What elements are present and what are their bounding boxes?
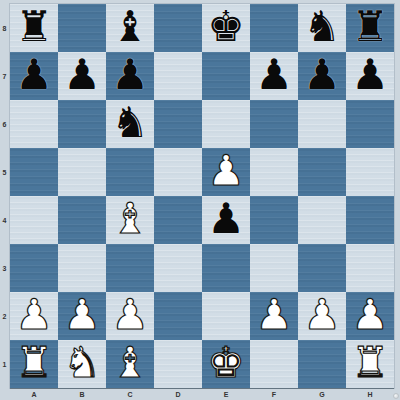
piece-white-bishop-c4[interactable]: ♝: [111, 198, 149, 240]
square-c3[interactable]: [106, 244, 154, 292]
square-d8[interactable]: [154, 4, 202, 52]
square-b8[interactable]: [58, 4, 106, 52]
square-c7[interactable]: ♟: [106, 52, 154, 100]
square-f1[interactable]: [250, 340, 298, 388]
rank-label-6: 6: [0, 100, 9, 148]
square-f2[interactable]: ♟: [250, 292, 298, 340]
piece-white-pawn-h2[interactable]: ♟: [351, 294, 389, 336]
square-f6[interactable]: [250, 100, 298, 148]
square-f7[interactable]: ♟: [250, 52, 298, 100]
square-d1[interactable]: [154, 340, 202, 388]
square-g1[interactable]: [298, 340, 346, 388]
square-c5[interactable]: [106, 148, 154, 196]
square-h4[interactable]: [346, 196, 394, 244]
square-e7[interactable]: [202, 52, 250, 100]
square-e6[interactable]: [202, 100, 250, 148]
square-c1[interactable]: ♝: [106, 340, 154, 388]
piece-white-pawn-g2[interactable]: ♟: [303, 294, 341, 336]
square-b2[interactable]: ♟: [58, 292, 106, 340]
file-label-h: H: [346, 389, 394, 400]
square-g7[interactable]: ♟: [298, 52, 346, 100]
square-b4[interactable]: [58, 196, 106, 244]
square-h1[interactable]: ♜: [346, 340, 394, 388]
rank-label-8: 8: [0, 4, 9, 52]
piece-black-bishop-c8[interactable]: ♝: [111, 6, 149, 48]
square-b1[interactable]: ♞: [58, 340, 106, 388]
piece-black-pawn-g7[interactable]: ♟: [303, 54, 341, 96]
piece-white-rook-h1[interactable]: ♜: [351, 342, 389, 384]
square-a4[interactable]: [10, 196, 58, 244]
piece-black-rook-h8[interactable]: ♜: [351, 6, 389, 48]
rank-label-4: 4: [0, 196, 9, 244]
square-a7[interactable]: ♟: [10, 52, 58, 100]
piece-black-pawn-f7[interactable]: ♟: [255, 54, 293, 96]
square-b7[interactable]: ♟: [58, 52, 106, 100]
square-c2[interactable]: ♟: [106, 292, 154, 340]
rank-label-7: 7: [0, 52, 9, 100]
square-d3[interactable]: [154, 244, 202, 292]
rank-label-3: 3: [0, 244, 9, 292]
rank-label-5: 5: [0, 148, 9, 196]
rank-label-1: 1: [0, 340, 9, 388]
square-e1[interactable]: ♚: [202, 340, 250, 388]
rank-label-2: 2: [0, 292, 9, 340]
chess-app: ♜♝♚♞♜♟♟♟♟♟♟♞♟♝♟♟♟♟♟♟♟♜♞♝♚♜ 87654321ABCDE…: [0, 0, 400, 400]
piece-black-king-e8[interactable]: ♚: [207, 6, 245, 48]
square-g8[interactable]: ♞: [298, 4, 346, 52]
square-d2[interactable]: [154, 292, 202, 340]
piece-black-knight-c6[interactable]: ♞: [111, 102, 149, 144]
square-e5[interactable]: ♟: [202, 148, 250, 196]
square-a8[interactable]: ♜: [10, 4, 58, 52]
square-c6[interactable]: ♞: [106, 100, 154, 148]
file-label-b: B: [58, 389, 106, 400]
piece-white-knight-b1[interactable]: ♞: [63, 342, 101, 384]
square-h2[interactable]: ♟: [346, 292, 394, 340]
piece-black-knight-g8[interactable]: ♞: [303, 6, 341, 48]
file-label-g: G: [298, 389, 346, 400]
square-f3[interactable]: [250, 244, 298, 292]
square-d4[interactable]: [154, 196, 202, 244]
piece-white-pawn-a2[interactable]: ♟: [15, 294, 53, 336]
square-c4[interactable]: ♝: [106, 196, 154, 244]
square-f5[interactable]: [250, 148, 298, 196]
square-h8[interactable]: ♜: [346, 4, 394, 52]
piece-black-pawn-e4[interactable]: ♟: [207, 198, 245, 240]
file-label-d: D: [154, 389, 202, 400]
square-f4[interactable]: [250, 196, 298, 244]
square-h7[interactable]: ♟: [346, 52, 394, 100]
square-g2[interactable]: ♟: [298, 292, 346, 340]
square-h5[interactable]: [346, 148, 394, 196]
piece-black-pawn-b7[interactable]: ♟: [63, 54, 101, 96]
square-e3[interactable]: [202, 244, 250, 292]
square-g5[interactable]: [298, 148, 346, 196]
piece-black-pawn-c7[interactable]: ♟: [111, 54, 149, 96]
file-label-c: C: [106, 389, 154, 400]
square-d6[interactable]: [154, 100, 202, 148]
square-b5[interactable]: [58, 148, 106, 196]
chess-board[interactable]: ♜♝♚♞♜♟♟♟♟♟♟♞♟♝♟♟♟♟♟♟♟♜♞♝♚♜: [10, 4, 394, 388]
file-label-a: A: [10, 389, 58, 400]
piece-white-pawn-e5[interactable]: ♟: [207, 150, 245, 192]
square-g4[interactable]: [298, 196, 346, 244]
square-h6[interactable]: [346, 100, 394, 148]
piece-white-rook-a1[interactable]: ♜: [15, 342, 53, 384]
resize-handle-dot: [393, 393, 399, 399]
piece-white-king-e1[interactable]: ♚: [207, 342, 245, 384]
piece-black-rook-a8[interactable]: ♜: [15, 6, 53, 48]
square-a1[interactable]: ♜: [10, 340, 58, 388]
piece-black-pawn-a7[interactable]: ♟: [15, 54, 53, 96]
square-c8[interactable]: ♝: [106, 4, 154, 52]
square-e4[interactable]: ♟: [202, 196, 250, 244]
square-b3[interactable]: [58, 244, 106, 292]
piece-white-bishop-c1[interactable]: ♝: [111, 342, 149, 384]
square-e8[interactable]: ♚: [202, 4, 250, 52]
file-label-e: E: [202, 389, 250, 400]
piece-white-pawn-f2[interactable]: ♟: [255, 294, 293, 336]
piece-white-pawn-b2[interactable]: ♟: [63, 294, 101, 336]
square-a6[interactable]: [10, 100, 58, 148]
file-label-f: F: [250, 389, 298, 400]
square-g3[interactable]: [298, 244, 346, 292]
square-d5[interactable]: [154, 148, 202, 196]
square-d7[interactable]: [154, 52, 202, 100]
square-a5[interactable]: [10, 148, 58, 196]
square-f8[interactable]: [250, 4, 298, 52]
piece-black-pawn-h7[interactable]: ♟: [351, 54, 389, 96]
square-a3[interactable]: [10, 244, 58, 292]
piece-white-pawn-c2[interactable]: ♟: [111, 294, 149, 336]
square-b6[interactable]: [58, 100, 106, 148]
square-h3[interactable]: [346, 244, 394, 292]
square-e2[interactable]: [202, 292, 250, 340]
square-g6[interactable]: [298, 100, 346, 148]
square-a2[interactable]: ♟: [10, 292, 58, 340]
